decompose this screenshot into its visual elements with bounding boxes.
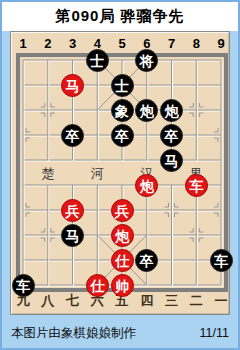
piece-red-horse: 马 — [61, 74, 84, 97]
piece-black-cannon: 炮 — [160, 99, 183, 122]
piece-black-cannon: 炮 — [135, 99, 158, 122]
piece-red-cannon: 炮 — [111, 224, 134, 247]
piece-black-advisor: 士 — [86, 49, 109, 72]
file-label-top: 9 — [212, 37, 230, 51]
file-label-bottom: 二 — [187, 294, 205, 308]
file-label-bottom: 三 — [163, 294, 181, 308]
file-label-bottom: 八 — [39, 294, 57, 308]
piece-black-chariot: 车 — [12, 274, 35, 297]
file-label-bottom: 四 — [138, 294, 156, 308]
page-title: 第090局 骅骝争先 — [2, 2, 238, 31]
footer: 本图片由象棋娘娘制作 11/11 — [2, 320, 238, 346]
piece-red-pawn: 兵 — [61, 199, 84, 222]
piece-black-chariot: 车 — [210, 249, 233, 272]
piece-black-elephant: 象 — [111, 99, 134, 122]
file-label-bottom: 一 — [212, 294, 230, 308]
file-label-top: 1 — [14, 37, 32, 51]
piece-black-horse: 马 — [160, 149, 183, 172]
file-label-top: 2 — [39, 37, 57, 51]
file-label-top: 5 — [113, 37, 131, 51]
piece-black-horse: 马 — [61, 224, 84, 247]
piece-black-pawn: 卒 — [111, 124, 134, 147]
river-text: 河 — [91, 166, 104, 181]
piece-black-general: 将 — [135, 49, 158, 72]
river-text: 楚 — [41, 166, 54, 181]
piece-red-chariot: 车 — [185, 174, 208, 197]
piece-black-pawn: 卒 — [135, 249, 158, 272]
piece-red-general: 帅 — [111, 274, 134, 297]
piece-red-advisor: 仕 — [111, 249, 134, 272]
file-label-top: 8 — [187, 37, 205, 51]
piece-black-pawn: 卒 — [160, 124, 183, 147]
piece-black-advisor: 士 — [111, 74, 134, 97]
board-panel: 楚河汉界 123456789 九八七六五四三二一 士将马士象炮炮卒卒卒马炮车兵兵… — [10, 31, 230, 315]
page-indicator: 11/11 — [200, 326, 229, 340]
piece-red-cannon: 炮 — [135, 174, 158, 197]
piece-red-pawn: 兵 — [111, 199, 134, 222]
piece-red-advisor: 仕 — [86, 274, 109, 297]
file-label-top: 7 — [163, 37, 181, 51]
credit-text: 本图片由象棋娘娘制作 — [11, 325, 136, 342]
file-label-bottom: 七 — [64, 294, 82, 308]
piece-black-pawn: 卒 — [61, 124, 84, 147]
page: 第090局 骅骝争先 楚河汉界 123456789 九八七六五四三二一 士将马士… — [0, 0, 240, 350]
file-label-top: 3 — [64, 37, 82, 51]
